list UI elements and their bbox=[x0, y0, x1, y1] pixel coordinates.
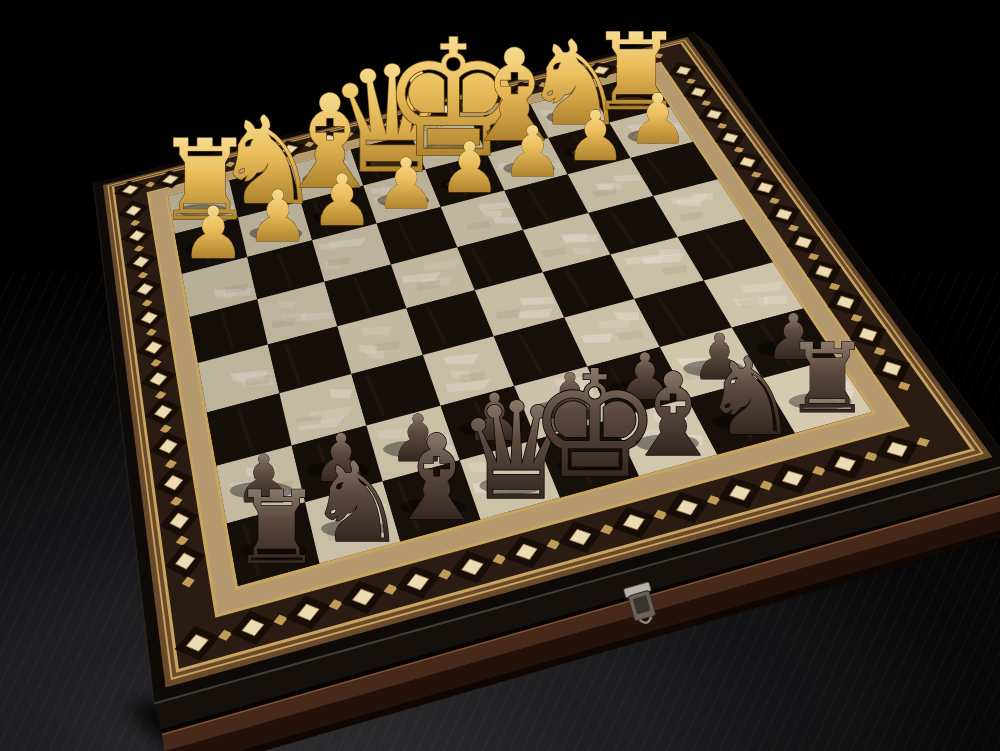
piece-black-pawn-d7[interactable]: ♟ bbox=[375, 143, 438, 225]
piece-black-pawn-e7[interactable]: ♟ bbox=[438, 127, 501, 209]
chessboard: ♜♞♝♛♚♝♞♜♟♟♟♟♟♟♟♟♟♟♟♟♟♟♟♟♜♞♝♛♚♝♞♜ bbox=[0, 0, 1000, 751]
scene: ♜♞♝♛♚♝♞♜♟♟♟♟♟♟♟♟♟♟♟♟♟♟♟♟♜♞♝♛♚♝♞♜ bbox=[0, 0, 1000, 751]
piece-black-pawn-f7[interactable]: ♟ bbox=[501, 111, 564, 193]
piece-black-pawn-b7[interactable]: ♟ bbox=[246, 175, 310, 258]
piece-black-pawn-a7[interactable]: ♟ bbox=[181, 191, 246, 275]
piece-black-pawn-c7[interactable]: ♟ bbox=[310, 159, 374, 242]
piece-black-pawn-h7[interactable]: ♟ bbox=[627, 79, 689, 159]
piece-white-rook-h1[interactable]: ♜ bbox=[784, 323, 870, 435]
piece-black-pawn-g7[interactable]: ♟ bbox=[564, 96, 626, 176]
